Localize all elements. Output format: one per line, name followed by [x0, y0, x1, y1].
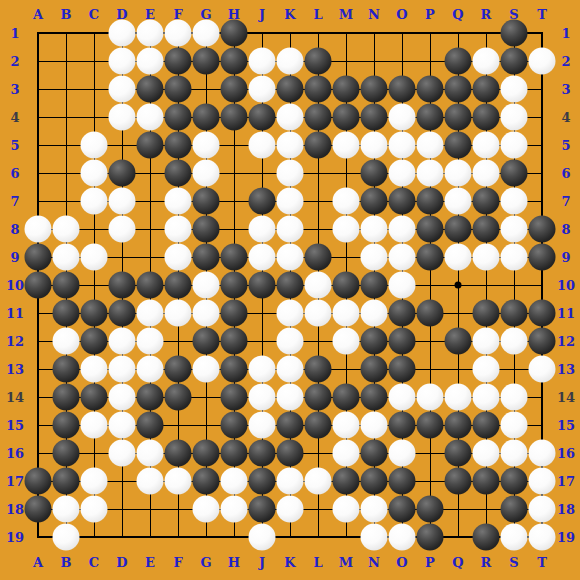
white-stone-G10 — [193, 272, 220, 299]
black-stone-H12 — [221, 328, 248, 355]
white-stone-M18 — [333, 496, 360, 523]
black-stone-O15 — [389, 412, 416, 439]
white-stone-E17 — [137, 468, 164, 495]
white-stone-S15 — [501, 412, 528, 439]
black-stone-O18 — [389, 496, 416, 523]
black-stone-G17 — [193, 468, 220, 495]
black-stone-R11 — [473, 300, 500, 327]
white-stone-J5 — [249, 132, 276, 159]
black-stone-F10 — [165, 272, 192, 299]
black-stone-K10 — [277, 272, 304, 299]
white-stone-S4 — [501, 104, 528, 131]
white-stone-S16 — [501, 440, 528, 467]
column-label-top-R: R — [481, 8, 492, 21]
white-stone-N5 — [361, 132, 388, 159]
black-stone-A10 — [25, 272, 52, 299]
black-stone-R7 — [473, 188, 500, 215]
white-stone-S14 — [501, 384, 528, 411]
white-stone-C7 — [81, 188, 108, 215]
white-stone-D8 — [109, 216, 136, 243]
white-stone-H17 — [221, 468, 248, 495]
white-stone-F17 — [165, 468, 192, 495]
black-stone-C12 — [81, 328, 108, 355]
black-stone-K3 — [277, 76, 304, 103]
black-stone-A17 — [25, 468, 52, 495]
row-label-right-4: 4 — [561, 111, 570, 124]
white-stone-K8 — [277, 216, 304, 243]
black-stone-B11 — [53, 300, 80, 327]
white-stone-M16 — [333, 440, 360, 467]
row-label-right-15: 15 — [557, 419, 575, 432]
row-label-right-1: 1 — [561, 27, 570, 40]
white-stone-E16 — [137, 440, 164, 467]
black-stone-C14 — [81, 384, 108, 411]
black-stone-S6 — [501, 160, 528, 187]
white-stone-D3 — [109, 76, 136, 103]
white-stone-E12 — [137, 328, 164, 355]
black-stone-B10 — [53, 272, 80, 299]
black-stone-F2 — [165, 48, 192, 75]
white-stone-J3 — [249, 76, 276, 103]
black-stone-S18 — [501, 496, 528, 523]
black-stone-L15 — [305, 412, 332, 439]
black-stone-B15 — [53, 412, 80, 439]
white-stone-K17 — [277, 468, 304, 495]
white-stone-K18 — [277, 496, 304, 523]
black-stone-D6 — [109, 160, 136, 187]
white-stone-K5 — [277, 132, 304, 159]
row-label-left-17: 17 — [6, 475, 24, 488]
white-stone-E1 — [137, 20, 164, 47]
column-label-bottom-T: T — [537, 556, 547, 569]
black-stone-R3 — [473, 76, 500, 103]
column-label-bottom-K: K — [284, 556, 295, 569]
white-stone-N8 — [361, 216, 388, 243]
black-stone-Q8 — [445, 216, 472, 243]
white-stone-D12 — [109, 328, 136, 355]
black-stone-L14 — [305, 384, 332, 411]
black-stone-E15 — [137, 412, 164, 439]
black-stone-S2 — [501, 48, 528, 75]
black-stone-Q5 — [445, 132, 472, 159]
white-stone-M7 — [333, 188, 360, 215]
column-label-bottom-B: B — [61, 556, 72, 569]
black-stone-T9 — [529, 244, 556, 271]
black-stone-Q3 — [445, 76, 472, 103]
black-stone-H9 — [221, 244, 248, 271]
column-label-bottom-F: F — [173, 556, 182, 569]
row-label-right-12: 12 — [557, 335, 575, 348]
white-stone-R13 — [473, 356, 500, 383]
white-stone-L10 — [305, 272, 332, 299]
black-stone-R17 — [473, 468, 500, 495]
black-stone-Q4 — [445, 104, 472, 131]
white-stone-E2 — [137, 48, 164, 75]
white-stone-T13 — [529, 356, 556, 383]
column-label-bottom-N: N — [368, 556, 380, 569]
column-label-top-A: A — [33, 8, 43, 21]
white-stone-E4 — [137, 104, 164, 131]
row-label-right-3: 3 — [561, 83, 570, 96]
column-label-bottom-P: P — [425, 556, 435, 569]
black-stone-G16 — [193, 440, 220, 467]
white-stone-T2 — [529, 48, 556, 75]
black-stone-P19 — [417, 524, 444, 551]
white-stone-D4 — [109, 104, 136, 131]
column-label-bottom-S: S — [509, 556, 518, 569]
white-stone-O14 — [389, 384, 416, 411]
white-stone-Q14 — [445, 384, 472, 411]
row-label-right-14: 14 — [557, 391, 575, 404]
white-stone-F8 — [165, 216, 192, 243]
row-label-right-9: 9 — [561, 251, 570, 264]
black-stone-N10 — [361, 272, 388, 299]
row-label-left-12: 12 — [6, 335, 24, 348]
black-stone-R8 — [473, 216, 500, 243]
black-stone-M10 — [333, 272, 360, 299]
black-stone-N16 — [361, 440, 388, 467]
black-stone-K16 — [277, 440, 304, 467]
black-stone-M17 — [333, 468, 360, 495]
black-stone-T12 — [529, 328, 556, 355]
white-stone-O6 — [389, 160, 416, 187]
black-stone-N4 — [361, 104, 388, 131]
row-label-left-10: 10 — [6, 279, 24, 292]
row-label-right-7: 7 — [561, 195, 570, 208]
white-stone-J2 — [249, 48, 276, 75]
black-stone-L4 — [305, 104, 332, 131]
white-stone-C15 — [81, 412, 108, 439]
row-label-left-9: 9 — [10, 251, 19, 264]
black-stone-H10 — [221, 272, 248, 299]
black-stone-S11 — [501, 300, 528, 327]
white-stone-D14 — [109, 384, 136, 411]
white-stone-C6 — [81, 160, 108, 187]
white-stone-G1 — [193, 20, 220, 47]
white-stone-T18 — [529, 496, 556, 523]
black-stone-Q15 — [445, 412, 472, 439]
row-label-right-19: 19 — [557, 531, 575, 544]
black-stone-J16 — [249, 440, 276, 467]
column-label-top-L: L — [313, 8, 322, 21]
white-stone-B8 — [53, 216, 80, 243]
black-stone-P7 — [417, 188, 444, 215]
column-label-bottom-Q: Q — [452, 556, 463, 569]
black-stone-O3 — [389, 76, 416, 103]
white-stone-R14 — [473, 384, 500, 411]
column-label-top-B: B — [61, 8, 72, 21]
black-stone-N12 — [361, 328, 388, 355]
white-stone-D1 — [109, 20, 136, 47]
white-stone-S3 — [501, 76, 528, 103]
black-stone-J7 — [249, 188, 276, 215]
column-label-bottom-D: D — [116, 556, 127, 569]
row-label-right-11: 11 — [557, 307, 575, 320]
white-stone-J19 — [249, 524, 276, 551]
black-stone-G7 — [193, 188, 220, 215]
white-stone-B9 — [53, 244, 80, 271]
white-stone-P5 — [417, 132, 444, 159]
black-stone-P15 — [417, 412, 444, 439]
white-stone-T17 — [529, 468, 556, 495]
black-stone-B14 — [53, 384, 80, 411]
white-stone-J9 — [249, 244, 276, 271]
black-stone-S1 — [501, 20, 528, 47]
black-stone-F16 — [165, 440, 192, 467]
white-stone-H18 — [221, 496, 248, 523]
column-label-bottom-J: J — [259, 556, 265, 569]
black-stone-M3 — [333, 76, 360, 103]
column-label-top-O: O — [396, 8, 407, 21]
white-stone-K9 — [277, 244, 304, 271]
column-label-bottom-R: R — [481, 556, 492, 569]
white-stone-N15 — [361, 412, 388, 439]
black-stone-F5 — [165, 132, 192, 159]
black-stone-P11 — [417, 300, 444, 327]
white-stone-T16 — [529, 440, 556, 467]
white-stone-J14 — [249, 384, 276, 411]
white-stone-O16 — [389, 440, 416, 467]
black-stone-O13 — [389, 356, 416, 383]
black-stone-S17 — [501, 468, 528, 495]
white-stone-Q7 — [445, 188, 472, 215]
black-stone-O7 — [389, 188, 416, 215]
black-stone-N13 — [361, 356, 388, 383]
white-stone-N18 — [361, 496, 388, 523]
black-stone-H13 — [221, 356, 248, 383]
white-stone-K6 — [277, 160, 304, 187]
white-stone-L17 — [305, 468, 332, 495]
go-board[interactable]: AABBCCDDEEFFGGHHJJKKLLMMNNOOPPQQRRSSTT11… — [0, 0, 580, 580]
row-label-left-1: 1 — [10, 27, 19, 40]
black-stone-Q16 — [445, 440, 472, 467]
row-label-left-15: 15 — [6, 419, 24, 432]
white-stone-D2 — [109, 48, 136, 75]
black-stone-F14 — [165, 384, 192, 411]
white-stone-M12 — [333, 328, 360, 355]
black-stone-G9 — [193, 244, 220, 271]
white-stone-C17 — [81, 468, 108, 495]
black-stone-J18 — [249, 496, 276, 523]
white-stone-G6 — [193, 160, 220, 187]
column-label-bottom-H: H — [228, 556, 240, 569]
row-label-right-13: 13 — [557, 363, 575, 376]
white-stone-Q6 — [445, 160, 472, 187]
black-stone-E10 — [137, 272, 164, 299]
row-label-left-5: 5 — [10, 139, 19, 152]
white-stone-K13 — [277, 356, 304, 383]
white-stone-C18 — [81, 496, 108, 523]
row-label-right-5: 5 — [561, 139, 570, 152]
black-stone-O11 — [389, 300, 416, 327]
white-stone-B18 — [53, 496, 80, 523]
black-stone-L9 — [305, 244, 332, 271]
row-label-right-2: 2 — [561, 55, 570, 68]
black-stone-H11 — [221, 300, 248, 327]
row-label-left-8: 8 — [10, 223, 19, 236]
white-stone-D15 — [109, 412, 136, 439]
column-label-bottom-C: C — [89, 556, 99, 569]
black-stone-G2 — [193, 48, 220, 75]
white-stone-M15 — [333, 412, 360, 439]
white-stone-R2 — [473, 48, 500, 75]
black-stone-T11 — [529, 300, 556, 327]
white-stone-D7 — [109, 188, 136, 215]
black-stone-P18 — [417, 496, 444, 523]
black-stone-J10 — [249, 272, 276, 299]
black-stone-P9 — [417, 244, 444, 271]
black-stone-P4 — [417, 104, 444, 131]
white-stone-S5 — [501, 132, 528, 159]
white-stone-K12 — [277, 328, 304, 355]
white-stone-J13 — [249, 356, 276, 383]
black-stone-H1 — [221, 20, 248, 47]
black-stone-O17 — [389, 468, 416, 495]
column-label-top-Q: Q — [452, 8, 463, 21]
black-stone-R4 — [473, 104, 500, 131]
black-stone-H2 — [221, 48, 248, 75]
black-stone-H15 — [221, 412, 248, 439]
white-stone-K7 — [277, 188, 304, 215]
white-stone-P6 — [417, 160, 444, 187]
column-label-top-K: K — [284, 8, 295, 21]
black-stone-Q17 — [445, 468, 472, 495]
black-stone-H4 — [221, 104, 248, 131]
white-stone-F1 — [165, 20, 192, 47]
column-label-top-C: C — [89, 8, 99, 21]
black-stone-F6 — [165, 160, 192, 187]
white-stone-R9 — [473, 244, 500, 271]
white-stone-N11 — [361, 300, 388, 327]
white-stone-S7 — [501, 188, 528, 215]
row-label-right-8: 8 — [561, 223, 570, 236]
white-stone-E13 — [137, 356, 164, 383]
white-stone-B19 — [53, 524, 80, 551]
white-stone-J15 — [249, 412, 276, 439]
black-stone-C11 — [81, 300, 108, 327]
black-stone-L3 — [305, 76, 332, 103]
row-label-left-6: 6 — [10, 167, 19, 180]
white-stone-R16 — [473, 440, 500, 467]
white-stone-C5 — [81, 132, 108, 159]
row-label-right-18: 18 — [557, 503, 575, 516]
black-stone-L2 — [305, 48, 332, 75]
black-stone-D10 — [109, 272, 136, 299]
white-stone-G18 — [193, 496, 220, 523]
black-stone-F4 — [165, 104, 192, 131]
row-label-left-11: 11 — [6, 307, 24, 320]
star-point-Q10 — [455, 282, 462, 289]
white-stone-S19 — [501, 524, 528, 551]
black-stone-G4 — [193, 104, 220, 131]
white-stone-O8 — [389, 216, 416, 243]
white-stone-O9 — [389, 244, 416, 271]
white-stone-O10 — [389, 272, 416, 299]
black-stone-J17 — [249, 468, 276, 495]
white-stone-E11 — [137, 300, 164, 327]
black-stone-R15 — [473, 412, 500, 439]
black-stone-M4 — [333, 104, 360, 131]
white-stone-A8 — [25, 216, 52, 243]
black-stone-N6 — [361, 160, 388, 187]
white-stone-S9 — [501, 244, 528, 271]
white-stone-R12 — [473, 328, 500, 355]
column-label-top-P: P — [425, 8, 435, 21]
white-stone-R5 — [473, 132, 500, 159]
row-label-left-2: 2 — [10, 55, 19, 68]
black-stone-L5 — [305, 132, 332, 159]
row-label-right-16: 16 — [557, 447, 575, 460]
black-stone-F13 — [165, 356, 192, 383]
black-stone-G8 — [193, 216, 220, 243]
black-stone-L13 — [305, 356, 332, 383]
column-label-top-M: M — [339, 8, 353, 21]
column-label-bottom-O: O — [396, 556, 407, 569]
black-stone-B16 — [53, 440, 80, 467]
row-label-right-10: 10 — [557, 279, 575, 292]
white-stone-Q9 — [445, 244, 472, 271]
column-label-bottom-E: E — [145, 556, 155, 569]
black-stone-N7 — [361, 188, 388, 215]
black-stone-Q2 — [445, 48, 472, 75]
white-stone-G13 — [193, 356, 220, 383]
white-stone-G11 — [193, 300, 220, 327]
white-stone-C9 — [81, 244, 108, 271]
black-stone-H14 — [221, 384, 248, 411]
white-stone-K11 — [277, 300, 304, 327]
black-stone-E5 — [137, 132, 164, 159]
white-stone-T19 — [529, 524, 556, 551]
black-stone-G12 — [193, 328, 220, 355]
row-label-left-13: 13 — [6, 363, 24, 376]
black-stone-A18 — [25, 496, 52, 523]
row-label-left-16: 16 — [6, 447, 24, 460]
white-stone-F9 — [165, 244, 192, 271]
row-label-left-18: 18 — [6, 503, 24, 516]
column-label-top-N: N — [368, 8, 380, 21]
row-label-left-4: 4 — [10, 111, 19, 124]
black-stone-P3 — [417, 76, 444, 103]
column-label-bottom-L: L — [313, 556, 322, 569]
black-stone-Q12 — [445, 328, 472, 355]
row-label-right-17: 17 — [557, 475, 575, 488]
black-stone-N14 — [361, 384, 388, 411]
row-label-left-3: 3 — [10, 83, 19, 96]
column-label-bottom-A: A — [33, 556, 43, 569]
white-stone-B12 — [53, 328, 80, 355]
black-stone-T8 — [529, 216, 556, 243]
black-stone-P8 — [417, 216, 444, 243]
white-stone-R6 — [473, 160, 500, 187]
white-stone-M5 — [333, 132, 360, 159]
row-label-left-7: 7 — [10, 195, 19, 208]
white-stone-S8 — [501, 216, 528, 243]
black-stone-D11 — [109, 300, 136, 327]
black-stone-F3 — [165, 76, 192, 103]
column-label-bottom-G: G — [200, 556, 211, 569]
white-stone-K14 — [277, 384, 304, 411]
column-label-top-J: J — [259, 8, 265, 21]
white-stone-O4 — [389, 104, 416, 131]
black-stone-B17 — [53, 468, 80, 495]
black-stone-B13 — [53, 356, 80, 383]
white-stone-O19 — [389, 524, 416, 551]
white-stone-M11 — [333, 300, 360, 327]
black-stone-E14 — [137, 384, 164, 411]
column-label-top-T: T — [537, 8, 547, 21]
black-stone-N3 — [361, 76, 388, 103]
black-stone-A9 — [25, 244, 52, 271]
